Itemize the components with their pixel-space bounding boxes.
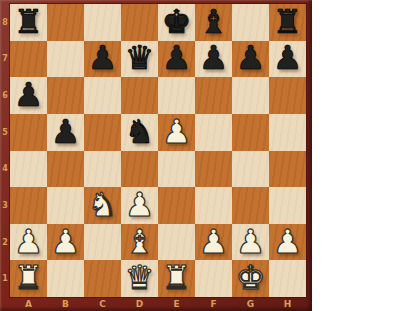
rank-label-7: 7 bbox=[0, 41, 10, 78]
square-h1[interactable] bbox=[269, 260, 306, 297]
square-f4[interactable] bbox=[195, 151, 232, 188]
rank-label-8: 8 bbox=[0, 4, 10, 41]
rank-label-3: 3 bbox=[0, 187, 10, 224]
square-g3[interactable] bbox=[232, 187, 269, 224]
piece-black-pawn: ♟ bbox=[88, 41, 118, 74]
square-d6[interactable] bbox=[121, 77, 158, 114]
square-f7[interactable]: ♟ bbox=[195, 41, 232, 78]
square-e5[interactable]: ♟ bbox=[158, 114, 195, 151]
file-labels: ABCDEFGH bbox=[10, 297, 306, 311]
square-a5[interactable] bbox=[10, 114, 47, 151]
square-b7[interactable] bbox=[47, 41, 84, 78]
rank-labels: 87654321 bbox=[0, 4, 10, 297]
square-f1[interactable] bbox=[195, 260, 232, 297]
rank-label-5: 5 bbox=[0, 114, 10, 151]
rank-label-1: 1 bbox=[0, 260, 10, 297]
piece-white-pawn: ♟ bbox=[51, 225, 81, 258]
square-g5[interactable] bbox=[232, 114, 269, 151]
piece-black-pawn: ♟ bbox=[51, 115, 81, 148]
piece-white-rook: ♜ bbox=[14, 261, 44, 294]
piece-white-pawn: ♟ bbox=[199, 225, 229, 258]
square-f2[interactable]: ♟ bbox=[195, 224, 232, 261]
square-c3[interactable]: ♞ bbox=[84, 187, 121, 224]
piece-white-queen: ♛ bbox=[125, 261, 155, 294]
square-e3[interactable] bbox=[158, 187, 195, 224]
file-label-e: E bbox=[158, 297, 195, 311]
square-g2[interactable]: ♟ bbox=[232, 224, 269, 261]
square-a3[interactable] bbox=[10, 187, 47, 224]
file-label-a: A bbox=[10, 297, 47, 311]
square-a1[interactable]: ♜ bbox=[10, 260, 47, 297]
square-g1[interactable]: ♚ bbox=[232, 260, 269, 297]
square-h5[interactable] bbox=[269, 114, 306, 151]
square-h2[interactable]: ♟ bbox=[269, 224, 306, 261]
piece-black-pawn: ♟ bbox=[162, 41, 192, 74]
rank-label-2: 2 bbox=[0, 224, 10, 261]
square-h4[interactable] bbox=[269, 151, 306, 188]
square-b4[interactable] bbox=[47, 151, 84, 188]
file-label-d: D bbox=[121, 297, 158, 311]
square-e4[interactable] bbox=[158, 151, 195, 188]
piece-white-king: ♚ bbox=[236, 261, 266, 294]
page: 87654321 ♜♚♝♜♟♛♟♟♟♟♟♟♞♟♞♟♟♟♝♟♟♟♜♛♜♚ ABCD… bbox=[0, 0, 414, 311]
square-b3[interactable] bbox=[47, 187, 84, 224]
square-e7[interactable]: ♟ bbox=[158, 41, 195, 78]
piece-black-pawn: ♟ bbox=[273, 41, 303, 74]
file-label-h: H bbox=[269, 297, 306, 311]
square-d7[interactable]: ♛ bbox=[121, 41, 158, 78]
square-b8[interactable] bbox=[47, 4, 84, 41]
square-c5[interactable] bbox=[84, 114, 121, 151]
square-h8[interactable]: ♜ bbox=[269, 4, 306, 41]
square-a4[interactable] bbox=[10, 151, 47, 188]
piece-black-rook: ♜ bbox=[14, 5, 44, 38]
square-f8[interactable]: ♝ bbox=[195, 4, 232, 41]
square-a6[interactable]: ♟ bbox=[10, 77, 47, 114]
square-b2[interactable]: ♟ bbox=[47, 224, 84, 261]
square-d1[interactable]: ♛ bbox=[121, 260, 158, 297]
square-b6[interactable] bbox=[47, 77, 84, 114]
piece-black-pawn: ♟ bbox=[199, 41, 229, 74]
rank-label-6: 6 bbox=[0, 77, 10, 114]
square-d8[interactable] bbox=[121, 4, 158, 41]
piece-black-king: ♚ bbox=[162, 5, 192, 38]
piece-white-pawn: ♟ bbox=[236, 225, 266, 258]
square-e2[interactable] bbox=[158, 224, 195, 261]
square-g4[interactable] bbox=[232, 151, 269, 188]
square-h6[interactable] bbox=[269, 77, 306, 114]
piece-black-bishop: ♝ bbox=[199, 5, 229, 38]
piece-white-rook: ♜ bbox=[162, 261, 192, 294]
square-c4[interactable] bbox=[84, 151, 121, 188]
square-c2[interactable] bbox=[84, 224, 121, 261]
file-label-b: B bbox=[47, 297, 84, 311]
piece-white-bishop: ♝ bbox=[125, 225, 155, 258]
piece-black-rook: ♜ bbox=[273, 5, 303, 38]
file-label-g: G bbox=[232, 297, 269, 311]
piece-black-pawn: ♟ bbox=[236, 41, 266, 74]
square-d3[interactable]: ♟ bbox=[121, 187, 158, 224]
square-a8[interactable]: ♜ bbox=[10, 4, 47, 41]
chess-board-frame: 87654321 ♜♚♝♜♟♛♟♟♟♟♟♟♞♟♞♟♟♟♝♟♟♟♜♛♜♚ ABCD… bbox=[0, 0, 312, 311]
square-e1[interactable]: ♜ bbox=[158, 260, 195, 297]
square-g8[interactable] bbox=[232, 4, 269, 41]
piece-black-knight: ♞ bbox=[125, 115, 155, 148]
piece-black-queen: ♛ bbox=[125, 41, 155, 74]
square-c1[interactable] bbox=[84, 260, 121, 297]
square-d4[interactable] bbox=[121, 151, 158, 188]
square-c6[interactable] bbox=[84, 77, 121, 114]
square-f5[interactable] bbox=[195, 114, 232, 151]
square-b5[interactable]: ♟ bbox=[47, 114, 84, 151]
piece-white-pawn: ♟ bbox=[273, 225, 303, 258]
square-h3[interactable] bbox=[269, 187, 306, 224]
file-label-f: F bbox=[195, 297, 232, 311]
rank-label-4: 4 bbox=[0, 151, 10, 188]
square-e8[interactable]: ♚ bbox=[158, 4, 195, 41]
file-label-c: C bbox=[84, 297, 121, 311]
piece-white-knight: ♞ bbox=[88, 188, 118, 221]
square-d5[interactable]: ♞ bbox=[121, 114, 158, 151]
square-a2[interactable]: ♟ bbox=[10, 224, 47, 261]
piece-white-pawn: ♟ bbox=[14, 225, 44, 258]
piece-white-pawn: ♟ bbox=[125, 188, 155, 221]
square-d2[interactable]: ♝ bbox=[121, 224, 158, 261]
square-b1[interactable] bbox=[47, 260, 84, 297]
piece-white-pawn: ♟ bbox=[162, 115, 192, 148]
square-a7[interactable] bbox=[10, 41, 47, 78]
square-c7[interactable]: ♟ bbox=[84, 41, 121, 78]
square-g6[interactable] bbox=[232, 77, 269, 114]
square-f6[interactable] bbox=[195, 77, 232, 114]
square-e6[interactable] bbox=[158, 77, 195, 114]
piece-black-pawn: ♟ bbox=[14, 78, 44, 111]
chess-board: ♜♚♝♜♟♛♟♟♟♟♟♟♞♟♞♟♟♟♝♟♟♟♜♛♜♚ bbox=[10, 4, 306, 297]
square-f3[interactable] bbox=[195, 187, 232, 224]
square-c8[interactable] bbox=[84, 4, 121, 41]
square-g7[interactable]: ♟ bbox=[232, 41, 269, 78]
square-h7[interactable]: ♟ bbox=[269, 41, 306, 78]
